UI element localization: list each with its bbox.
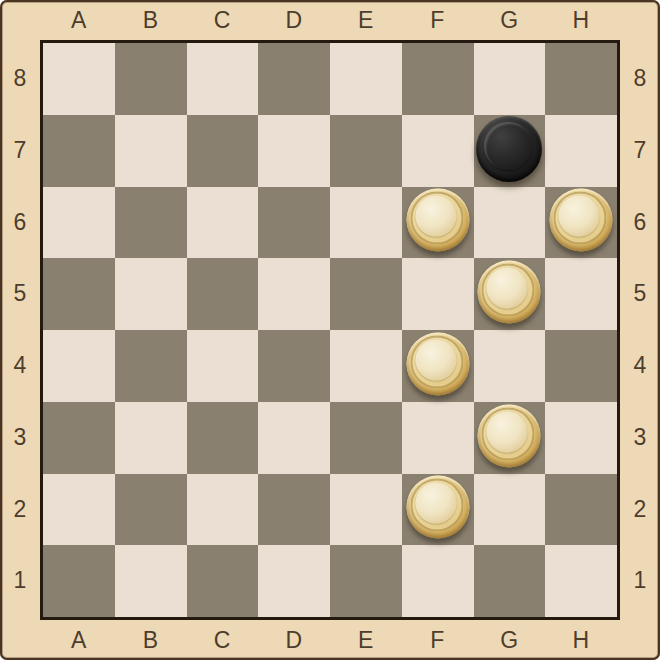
square-e2[interactable] [330, 474, 402, 546]
file-label-top-d: D [258, 0, 330, 40]
square-a3[interactable] [43, 402, 115, 474]
square-d3[interactable] [258, 402, 330, 474]
square-a2[interactable] [43, 474, 115, 546]
checkers-board-frame: AABBCCDDEEFFGGHH8877665544332211 [0, 0, 660, 660]
file-label-top-a: A [43, 0, 115, 40]
square-c7[interactable] [187, 115, 259, 187]
square-f3[interactable] [402, 402, 474, 474]
square-d1[interactable] [258, 545, 330, 617]
file-label-bottom-e: E [330, 620, 402, 660]
square-a4[interactable] [43, 330, 115, 402]
rank-label-left-7: 7 [0, 115, 40, 187]
file-label-bottom-a: A [43, 620, 115, 660]
square-b4[interactable] [115, 330, 187, 402]
square-c3[interactable] [187, 402, 259, 474]
square-c6[interactable] [187, 187, 259, 259]
rank-label-right-2: 2 [620, 474, 660, 546]
file-label-bottom-g: G [474, 620, 546, 660]
square-d8[interactable] [258, 43, 330, 115]
square-g2[interactable] [474, 474, 546, 546]
square-d2[interactable] [258, 474, 330, 546]
square-e7[interactable] [330, 115, 402, 187]
rank-label-right-7: 7 [620, 115, 660, 187]
square-a7[interactable] [43, 115, 115, 187]
square-c2[interactable] [187, 474, 259, 546]
square-b8[interactable] [115, 43, 187, 115]
square-c8[interactable] [187, 43, 259, 115]
square-f7[interactable] [402, 115, 474, 187]
square-h5[interactable] [545, 258, 617, 330]
square-e5[interactable] [330, 258, 402, 330]
square-d4[interactable] [258, 330, 330, 402]
square-c1[interactable] [187, 545, 259, 617]
rank-label-right-6: 6 [620, 187, 660, 259]
square-e3[interactable] [330, 402, 402, 474]
square-c5[interactable] [187, 258, 259, 330]
square-e8[interactable] [330, 43, 402, 115]
rank-label-left-1: 1 [0, 545, 40, 617]
rank-label-left-4: 4 [0, 330, 40, 402]
square-b3[interactable] [115, 402, 187, 474]
file-label-top-g: G [474, 0, 546, 40]
square-a6[interactable] [43, 187, 115, 259]
square-h8[interactable] [545, 43, 617, 115]
square-b1[interactable] [115, 545, 187, 617]
file-label-top-f: F [402, 0, 474, 40]
rank-label-right-4: 4 [620, 330, 660, 402]
square-d7[interactable] [258, 115, 330, 187]
rank-label-right-5: 5 [620, 258, 660, 330]
square-f1[interactable] [402, 545, 474, 617]
file-label-top-e: E [330, 0, 402, 40]
square-e6[interactable] [330, 187, 402, 259]
file-label-bottom-c: C [187, 620, 259, 660]
square-g6[interactable] [474, 187, 546, 259]
square-h2[interactable] [545, 474, 617, 546]
white-man-f2[interactable] [406, 476, 469, 539]
file-label-bottom-h: H [545, 620, 617, 660]
rank-label-left-6: 6 [0, 187, 40, 259]
rank-label-right-1: 1 [620, 545, 660, 617]
square-c4[interactable] [187, 330, 259, 402]
square-h3[interactable] [545, 402, 617, 474]
square-f5[interactable] [402, 258, 474, 330]
square-e4[interactable] [330, 330, 402, 402]
rank-label-right-3: 3 [620, 402, 660, 474]
rank-label-right-8: 8 [620, 43, 660, 115]
square-a1[interactable] [43, 545, 115, 617]
square-e1[interactable] [330, 545, 402, 617]
file-label-bottom-b: B [115, 620, 187, 660]
board-grid [40, 40, 620, 620]
file-label-top-b: B [115, 0, 187, 40]
square-d5[interactable] [258, 258, 330, 330]
file-label-bottom-d: D [258, 620, 330, 660]
white-man-h6[interactable] [550, 189, 613, 252]
square-g4[interactable] [474, 330, 546, 402]
square-a5[interactable] [43, 258, 115, 330]
white-man-g5[interactable] [478, 261, 541, 324]
white-man-f4[interactable] [406, 332, 469, 395]
rank-label-left-3: 3 [0, 402, 40, 474]
square-g1[interactable] [474, 545, 546, 617]
square-b2[interactable] [115, 474, 187, 546]
white-man-f6[interactable] [406, 189, 469, 252]
rank-label-left-8: 8 [0, 43, 40, 115]
square-d6[interactable] [258, 187, 330, 259]
square-g8[interactable] [474, 43, 546, 115]
square-b5[interactable] [115, 258, 187, 330]
square-h7[interactable] [545, 115, 617, 187]
square-b6[interactable] [115, 187, 187, 259]
square-f8[interactable] [402, 43, 474, 115]
rank-label-left-2: 2 [0, 474, 40, 546]
square-h4[interactable] [545, 330, 617, 402]
file-label-top-h: H [545, 0, 617, 40]
square-b7[interactable] [115, 115, 187, 187]
square-a8[interactable] [43, 43, 115, 115]
white-man-g3[interactable] [478, 404, 541, 467]
file-label-top-c: C [187, 0, 259, 40]
file-label-bottom-f: F [402, 620, 474, 660]
rank-label-left-5: 5 [0, 258, 40, 330]
square-h1[interactable] [545, 545, 617, 617]
black-man-g7[interactable] [476, 116, 542, 182]
